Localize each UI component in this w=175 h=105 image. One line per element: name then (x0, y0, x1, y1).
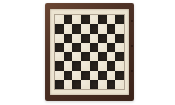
square-h7[interactable] (115, 24, 124, 33)
square-a6[interactable] (55, 34, 64, 43)
square-g5[interactable] (107, 43, 116, 52)
square-c2[interactable] (72, 71, 81, 80)
square-h3[interactable] (115, 61, 124, 70)
board-field (50, 9, 129, 95)
square-g1[interactable] (107, 80, 116, 89)
square-b4[interactable] (64, 52, 73, 61)
square-c6[interactable] (72, 34, 81, 43)
square-f8[interactable] (98, 15, 107, 24)
square-a4[interactable] (55, 52, 64, 61)
square-f7[interactable] (98, 24, 107, 33)
square-g6[interactable] (107, 34, 116, 43)
chessboard (45, 3, 134, 101)
square-a5[interactable] (55, 43, 64, 52)
square-f6[interactable] (98, 34, 107, 43)
product-photo-scene (0, 0, 175, 105)
square-b3[interactable] (64, 61, 73, 70)
screw-hole-dot (131, 45, 133, 47)
square-d1[interactable] (81, 80, 90, 89)
square-c5[interactable] (72, 43, 81, 52)
square-b7[interactable] (64, 24, 73, 33)
square-h4[interactable] (115, 52, 124, 61)
square-d7[interactable] (81, 24, 90, 33)
square-b1[interactable] (64, 80, 73, 89)
square-e8[interactable] (90, 15, 99, 24)
square-h8[interactable] (115, 15, 124, 24)
screw-hole-dot (131, 20, 133, 22)
square-c8[interactable] (72, 15, 81, 24)
square-g7[interactable] (107, 24, 116, 33)
screw-hole-dot (131, 70, 133, 72)
square-e6[interactable] (90, 34, 99, 43)
square-a1[interactable] (55, 80, 64, 89)
square-e5[interactable] (90, 43, 99, 52)
square-d2[interactable] (81, 71, 90, 80)
square-a8[interactable] (55, 15, 64, 24)
square-e3[interactable] (90, 61, 99, 70)
square-f3[interactable] (98, 61, 107, 70)
square-h5[interactable] (115, 43, 124, 52)
square-a2[interactable] (55, 71, 64, 80)
square-c4[interactable] (72, 52, 81, 61)
square-c1[interactable] (72, 80, 81, 89)
square-c7[interactable] (72, 24, 81, 33)
square-g3[interactable] (107, 61, 116, 70)
square-b5[interactable] (64, 43, 73, 52)
square-f5[interactable] (98, 43, 107, 52)
square-g8[interactable] (107, 15, 116, 24)
square-d8[interactable] (81, 15, 90, 24)
square-e2[interactable] (90, 71, 99, 80)
square-e7[interactable] (90, 24, 99, 33)
square-e4[interactable] (90, 52, 99, 61)
square-h1[interactable] (115, 80, 124, 89)
square-f1[interactable] (98, 80, 107, 89)
square-a3[interactable] (55, 61, 64, 70)
square-d5[interactable] (81, 43, 90, 52)
square-b2[interactable] (64, 71, 73, 80)
square-d6[interactable] (81, 34, 90, 43)
square-g4[interactable] (107, 52, 116, 61)
square-d3[interactable] (81, 61, 90, 70)
board-grid (55, 15, 124, 89)
square-b6[interactable] (64, 34, 73, 43)
square-f4[interactable] (98, 52, 107, 61)
square-e1[interactable] (90, 80, 99, 89)
square-h2[interactable] (115, 71, 124, 80)
square-b8[interactable] (64, 15, 73, 24)
square-g2[interactable] (107, 71, 116, 80)
square-a7[interactable] (55, 24, 64, 33)
square-c3[interactable] (72, 61, 81, 70)
square-h6[interactable] (115, 34, 124, 43)
square-d4[interactable] (81, 52, 90, 61)
square-f2[interactable] (98, 71, 107, 80)
